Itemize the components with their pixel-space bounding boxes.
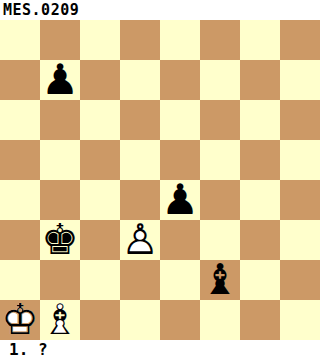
square-b7[interactable]: ♟ — [40, 60, 80, 100]
square-g6[interactable] — [240, 100, 280, 140]
square-a5[interactable] — [0, 140, 40, 180]
square-d1[interactable] — [120, 300, 160, 340]
square-e4[interactable]: ♟ — [160, 180, 200, 220]
piece-black-pawn: ♟ — [40, 60, 80, 100]
square-a2[interactable] — [0, 260, 40, 300]
square-g4[interactable] — [240, 180, 280, 220]
piece-white-king: ♔ — [0, 300, 40, 340]
square-b3[interactable]: ♚ — [40, 220, 80, 260]
square-c1[interactable] — [80, 300, 120, 340]
square-f2[interactable]: ♝ — [200, 260, 240, 300]
square-c5[interactable] — [80, 140, 120, 180]
square-e5[interactable] — [160, 140, 200, 180]
piece-black-bishop: ♝ — [200, 260, 240, 300]
square-a6[interactable] — [0, 100, 40, 140]
square-e3[interactable] — [160, 220, 200, 260]
square-e1[interactable] — [160, 300, 200, 340]
square-g7[interactable] — [240, 60, 280, 100]
square-g2[interactable] — [240, 260, 280, 300]
square-a3[interactable] — [0, 220, 40, 260]
square-h7[interactable] — [280, 60, 320, 100]
puzzle-id: MES.0209 — [0, 0, 320, 20]
square-b1[interactable]: ♝♗ — [40, 300, 80, 340]
square-b8[interactable] — [40, 20, 80, 60]
square-h4[interactable] — [280, 180, 320, 220]
square-e2[interactable] — [160, 260, 200, 300]
square-c2[interactable] — [80, 260, 120, 300]
square-d7[interactable] — [120, 60, 160, 100]
square-g8[interactable] — [240, 20, 280, 60]
square-f5[interactable] — [200, 140, 240, 180]
square-a8[interactable] — [0, 20, 40, 60]
chess-puzzle-window: MES.0209 ♟♟♚♟♙♝♚♔♝♗ 1. ? — [0, 0, 320, 360]
square-d8[interactable] — [120, 20, 160, 60]
square-h8[interactable] — [280, 20, 320, 60]
square-h3[interactable] — [280, 220, 320, 260]
square-a7[interactable] — [0, 60, 40, 100]
square-e7[interactable] — [160, 60, 200, 100]
square-g3[interactable] — [240, 220, 280, 260]
square-h2[interactable] — [280, 260, 320, 300]
square-d5[interactable] — [120, 140, 160, 180]
piece-white-bishop-fill: ♝ — [40, 300, 80, 340]
square-d2[interactable] — [120, 260, 160, 300]
square-f1[interactable] — [200, 300, 240, 340]
square-c7[interactable] — [80, 60, 120, 100]
piece-white-bishop: ♗ — [40, 300, 80, 340]
piece-white-king-fill: ♚ — [0, 300, 40, 340]
square-a1[interactable]: ♚♔ — [0, 300, 40, 340]
square-f8[interactable] — [200, 20, 240, 60]
square-h5[interactable] — [280, 140, 320, 180]
square-d3[interactable]: ♟♙ — [120, 220, 160, 260]
square-e8[interactable] — [160, 20, 200, 60]
square-c3[interactable] — [80, 220, 120, 260]
square-f3[interactable] — [200, 220, 240, 260]
square-b2[interactable] — [40, 260, 80, 300]
piece-white-pawn-fill: ♟ — [120, 220, 160, 260]
square-c8[interactable] — [80, 20, 120, 60]
move-prompt: 1. ? — [0, 340, 320, 360]
piece-white-pawn: ♙ — [120, 220, 160, 260]
piece-black-king: ♚ — [40, 220, 80, 260]
square-d4[interactable] — [120, 180, 160, 220]
square-f7[interactable] — [200, 60, 240, 100]
square-f4[interactable] — [200, 180, 240, 220]
piece-black-pawn: ♟ — [160, 180, 200, 220]
square-e6[interactable] — [160, 100, 200, 140]
square-b5[interactable] — [40, 140, 80, 180]
chess-board: ♟♟♚♟♙♝♚♔♝♗ — [0, 20, 320, 340]
square-b6[interactable] — [40, 100, 80, 140]
square-g1[interactable] — [240, 300, 280, 340]
square-a4[interactable] — [0, 180, 40, 220]
square-b4[interactable] — [40, 180, 80, 220]
square-h1[interactable] — [280, 300, 320, 340]
square-d6[interactable] — [120, 100, 160, 140]
square-c4[interactable] — [80, 180, 120, 220]
square-f6[interactable] — [200, 100, 240, 140]
square-h6[interactable] — [280, 100, 320, 140]
square-c6[interactable] — [80, 100, 120, 140]
square-g5[interactable] — [240, 140, 280, 180]
